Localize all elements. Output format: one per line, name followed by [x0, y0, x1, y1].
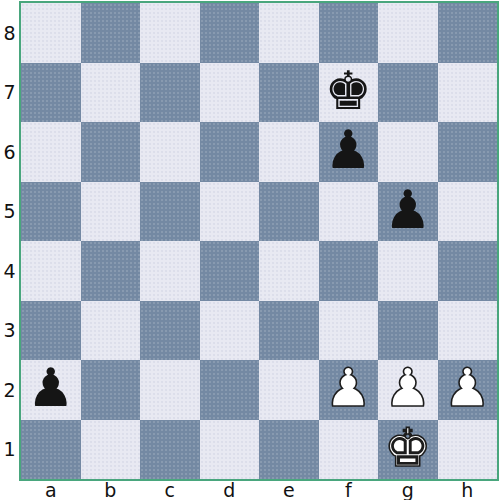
square-g2[interactable]: ♟ — [378, 360, 438, 420]
square-a5[interactable] — [21, 182, 81, 242]
square-e8[interactable] — [259, 3, 319, 63]
square-b1[interactable] — [81, 420, 141, 480]
black-pawn[interactable]: ♟ — [384, 183, 432, 236]
rank-label-4: 4 — [0, 241, 19, 301]
file-labels: abcdefgh — [21, 481, 497, 500]
square-e2[interactable] — [259, 360, 319, 420]
square-e3[interactable] — [259, 301, 319, 361]
file-label-f: f — [319, 481, 379, 500]
square-b8[interactable] — [81, 3, 141, 63]
square-b2[interactable] — [81, 360, 141, 420]
square-f6[interactable]: ♟ — [319, 122, 379, 182]
rank-label-1: 1 — [0, 420, 19, 480]
square-e4[interactable] — [259, 241, 319, 301]
square-d7[interactable] — [200, 63, 260, 123]
square-b5[interactable] — [81, 182, 141, 242]
square-e6[interactable] — [259, 122, 319, 182]
square-f7[interactable]: ♚ — [319, 63, 379, 123]
square-h4[interactable] — [438, 241, 498, 301]
black-pawn[interactable]: ♟ — [27, 361, 75, 414]
rank-label-2: 2 — [0, 360, 19, 420]
rank-label-8: 8 — [0, 3, 19, 63]
square-c4[interactable] — [140, 241, 200, 301]
square-d5[interactable] — [200, 182, 260, 242]
file-label-a: a — [21, 481, 81, 500]
rank-labels: 87654321 — [0, 3, 19, 479]
square-f3[interactable] — [319, 301, 379, 361]
square-h2[interactable]: ♟ — [438, 360, 498, 420]
square-g3[interactable] — [378, 301, 438, 361]
black-pawn[interactable]: ♟ — [324, 123, 372, 176]
square-e7[interactable] — [259, 63, 319, 123]
white-king[interactable]: ♚ — [384, 421, 432, 474]
square-g6[interactable] — [378, 122, 438, 182]
square-c1[interactable] — [140, 420, 200, 480]
square-f5[interactable] — [319, 182, 379, 242]
square-h1[interactable] — [438, 420, 498, 480]
square-d4[interactable] — [200, 241, 260, 301]
rank-label-7: 7 — [0, 63, 19, 123]
square-f2[interactable]: ♟ — [319, 360, 379, 420]
square-a4[interactable] — [21, 241, 81, 301]
square-c8[interactable] — [140, 3, 200, 63]
square-h8[interactable] — [438, 3, 498, 63]
file-label-g: g — [378, 481, 438, 500]
rank-label-5: 5 — [0, 182, 19, 242]
rank-label-6: 6 — [0, 122, 19, 182]
file-label-b: b — [81, 481, 141, 500]
square-f1[interactable] — [319, 420, 379, 480]
square-b7[interactable] — [81, 63, 141, 123]
file-label-e: e — [259, 481, 319, 500]
square-c7[interactable] — [140, 63, 200, 123]
square-a3[interactable] — [21, 301, 81, 361]
square-a1[interactable] — [21, 420, 81, 480]
square-h6[interactable] — [438, 122, 498, 182]
square-h7[interactable] — [438, 63, 498, 123]
square-b3[interactable] — [81, 301, 141, 361]
white-pawn[interactable]: ♟ — [324, 361, 372, 414]
square-e1[interactable] — [259, 420, 319, 480]
file-label-c: c — [140, 481, 200, 500]
square-b4[interactable] — [81, 241, 141, 301]
square-f4[interactable] — [319, 241, 379, 301]
square-d6[interactable] — [200, 122, 260, 182]
white-pawn[interactable]: ♟ — [384, 361, 432, 414]
square-a7[interactable] — [21, 63, 81, 123]
square-g5[interactable]: ♟ — [378, 182, 438, 242]
square-g4[interactable] — [378, 241, 438, 301]
square-b6[interactable] — [81, 122, 141, 182]
square-g1[interactable]: ♚ — [378, 420, 438, 480]
square-d2[interactable] — [200, 360, 260, 420]
square-a8[interactable] — [21, 3, 81, 63]
square-e5[interactable] — [259, 182, 319, 242]
file-label-h: h — [438, 481, 498, 500]
square-h5[interactable] — [438, 182, 498, 242]
square-g7[interactable] — [378, 63, 438, 123]
square-d3[interactable] — [200, 301, 260, 361]
square-h3[interactable] — [438, 301, 498, 361]
white-pawn[interactable]: ♟ — [443, 361, 491, 414]
chess-board[interactable]: ♚♟♟♟♟♟♟♚ — [19, 1, 499, 481]
square-c2[interactable] — [140, 360, 200, 420]
square-c3[interactable] — [140, 301, 200, 361]
square-d8[interactable] — [200, 3, 260, 63]
file-label-d: d — [200, 481, 260, 500]
square-d1[interactable] — [200, 420, 260, 480]
square-g8[interactable] — [378, 3, 438, 63]
rank-label-3: 3 — [0, 301, 19, 361]
square-a6[interactable] — [21, 122, 81, 182]
square-f8[interactable] — [319, 3, 379, 63]
square-c5[interactable] — [140, 182, 200, 242]
black-king[interactable]: ♚ — [324, 64, 372, 117]
chess-app: 87654321 ♚♟♟♟♟♟♟♚ abcdefgh — [0, 0, 500, 500]
square-c6[interactable] — [140, 122, 200, 182]
square-a2[interactable]: ♟ — [21, 360, 81, 420]
